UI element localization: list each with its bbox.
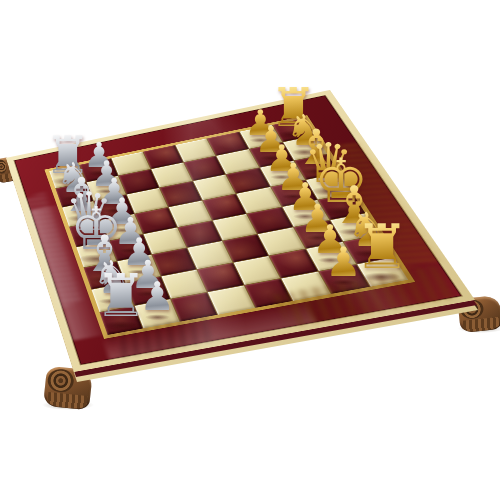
- chess-board: [6, 90, 475, 372]
- chess-set-photo: ♜♟♞♟♝♟♟♜♛♟♟♞♚♟♟♝♟♝♛♟♟♞♚♟♟♜♝♟♟♞♟♜: [0, 0, 500, 500]
